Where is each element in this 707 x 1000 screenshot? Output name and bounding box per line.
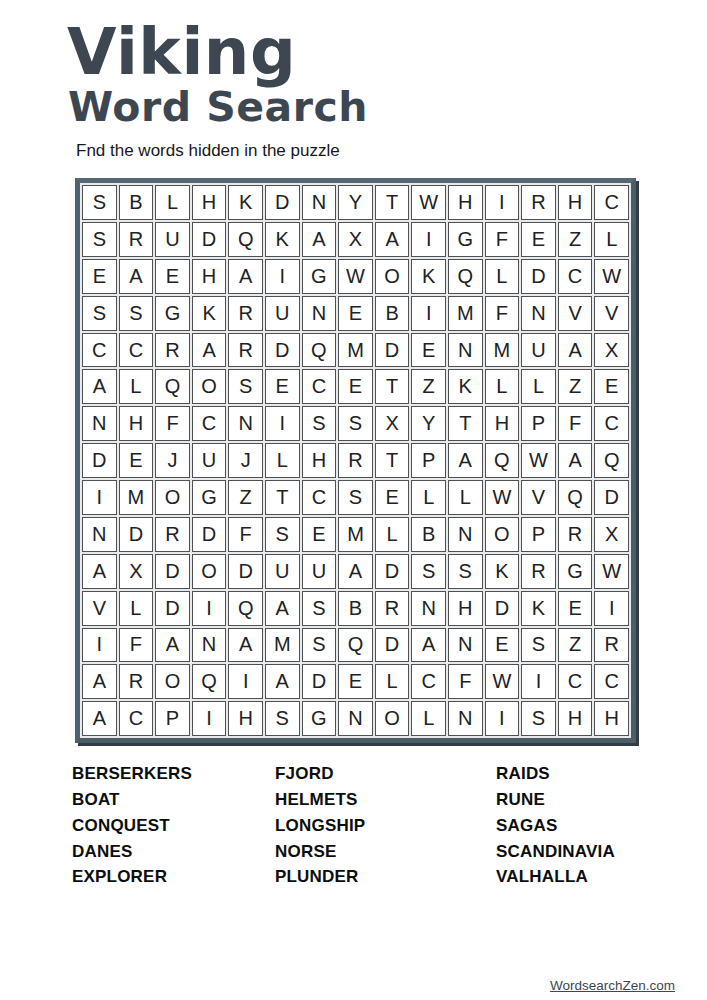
grid-cell-r9c13: V <box>521 480 556 515</box>
grid-cell-r13c1: I <box>82 628 117 663</box>
grid-cell-r4c5: R <box>228 296 263 331</box>
grid-cell-r4c12: F <box>485 296 520 331</box>
grid-cell-r8c6: L <box>265 443 300 478</box>
grid-cell-r13c12: E <box>485 628 520 663</box>
grid-cell-r15c9: O <box>375 701 410 736</box>
grid-cell-r3c14: C <box>558 259 593 294</box>
page-subtitle: Word Search <box>68 87 707 128</box>
grid-cell-r11c5: D <box>228 554 263 589</box>
grid-cell-r10c15: X <box>594 517 629 552</box>
grid-cell-r2c11: G <box>448 222 483 257</box>
word-item: SAGAS <box>496 813 615 839</box>
grid-cell-r12c8: B <box>338 591 373 626</box>
grid-cell-r7c13: P <box>521 406 556 441</box>
grid-cell-r10c7: E <box>302 517 337 552</box>
grid-cell-r10c11: N <box>448 517 483 552</box>
page-title: Viking <box>67 18 707 87</box>
grid-cell-r6c3: Q <box>155 369 190 404</box>
grid-cell-r13c10: A <box>411 628 446 663</box>
grid-cell-r5c11: N <box>448 333 483 368</box>
grid-cell-r3c7: G <box>302 259 337 294</box>
grid-cell-r1c12: I <box>485 185 520 220</box>
grid-cell-r14c5: I <box>228 664 263 699</box>
grid-cell-r5c13: U <box>521 333 556 368</box>
grid-cell-r10c12: O <box>485 517 520 552</box>
grid-cell-r14c14: C <box>558 664 593 699</box>
grid-cell-r8c11: A <box>448 443 483 478</box>
grid-cell-r15c5: H <box>228 701 263 736</box>
grid-cell-r9c2: M <box>119 480 154 515</box>
grid-cell-r1c3: L <box>155 185 190 220</box>
grid-cell-r14c6: A <box>265 664 300 699</box>
word-item: SCANDINAVIA <box>496 839 615 865</box>
grid-cell-r2c3: U <box>155 222 190 257</box>
grid-cell-r8c12: Q <box>485 443 520 478</box>
grid-cell-r6c2: L <box>119 369 154 404</box>
word-list-column: FJORDHELMETSLONGSHIPNORSEPLUNDER <box>275 761 496 890</box>
grid-cell-r13c9: D <box>375 628 410 663</box>
word-list-column: RAIDSRUNESAGASSCANDINAVIAVALHALLA <box>496 761 615 890</box>
grid-cell-r4c10: I <box>411 296 446 331</box>
word-item: PLUNDER <box>275 864 496 890</box>
grid-cell-r8c3: J <box>155 443 190 478</box>
grid-cell-r6c11: K <box>448 369 483 404</box>
grid-cell-r8c10: P <box>411 443 446 478</box>
grid-cell-r6c13: L <box>521 369 556 404</box>
grid-cell-r10c5: F <box>228 517 263 552</box>
grid-cell-r2c7: A <box>302 222 337 257</box>
grid-cell-r12c2: L <box>119 591 154 626</box>
grid-cell-r11c2: X <box>119 554 154 589</box>
grid-cell-r10c3: R <box>155 517 190 552</box>
grid-cell-r3c8: W <box>338 259 373 294</box>
grid-cell-r15c14: H <box>558 701 593 736</box>
grid-cell-r7c6: I <box>265 406 300 441</box>
grid-cell-r5c15: X <box>594 333 629 368</box>
word-item: EXPLORER <box>72 864 275 890</box>
word-item: DANES <box>72 839 275 865</box>
grid-cell-r11c4: O <box>192 554 227 589</box>
grid-cell-r2c8: X <box>338 222 373 257</box>
grid-cell-r7c12: H <box>485 406 520 441</box>
grid-cell-r12c3: D <box>155 591 190 626</box>
grid-cell-r9c1: I <box>82 480 117 515</box>
grid-cell-r5c3: R <box>155 333 190 368</box>
grid-cell-r9c6: T <box>265 480 300 515</box>
grid-cell-r14c1: A <box>82 664 117 699</box>
grid-cell-r2c4: D <box>192 222 227 257</box>
grid-cell-r3c15: W <box>594 259 629 294</box>
footer-site-link[interactable]: WordsearchZen.com <box>550 978 675 993</box>
grid-cell-r5c8: M <box>338 333 373 368</box>
grid-cell-r14c4: Q <box>192 664 227 699</box>
grid-cell-r1c2: B <box>119 185 154 220</box>
grid-cell-r1c1: S <box>82 185 117 220</box>
grid-cell-r3c12: L <box>485 259 520 294</box>
grid-cell-r1c5: K <box>228 185 263 220</box>
grid-cell-r12c11: H <box>448 591 483 626</box>
grid-cell-r9c14: Q <box>558 480 593 515</box>
grid-cell-r3c3: E <box>155 259 190 294</box>
grid-cell-r10c4: D <box>192 517 227 552</box>
word-item: VALHALLA <box>496 864 615 890</box>
grid-cell-r14c11: F <box>448 664 483 699</box>
grid-cell-r14c15: C <box>594 664 629 699</box>
grid-cell-r6c9: T <box>375 369 410 404</box>
grid-cell-r6c10: Z <box>411 369 446 404</box>
grid-cell-r2c13: E <box>521 222 556 257</box>
grid-cell-r5c14: A <box>558 333 593 368</box>
grid-cell-r4c7: N <box>302 296 337 331</box>
grid-cell-r9c5: Z <box>228 480 263 515</box>
grid-cell-r4c8: E <box>338 296 373 331</box>
grid-cell-r8c4: U <box>192 443 227 478</box>
grid-cell-r11c1: A <box>82 554 117 589</box>
grid-cell-r11c11: S <box>448 554 483 589</box>
grid-cell-r11c6: U <box>265 554 300 589</box>
grid-cell-r5c2: C <box>119 333 154 368</box>
grid-cell-r7c9: X <box>375 406 410 441</box>
grid-cell-r1c15: C <box>594 185 629 220</box>
grid-cell-r8c9: T <box>375 443 410 478</box>
grid-cell-r15c2: C <box>119 701 154 736</box>
word-item: RAIDS <box>496 761 615 787</box>
grid-cell-r2c6: K <box>265 222 300 257</box>
grid-cell-r12c7: S <box>302 591 337 626</box>
grid-cell-r7c11: T <box>448 406 483 441</box>
grid-cell-r2c5: Q <box>228 222 263 257</box>
grid-cell-r15c3: P <box>155 701 190 736</box>
grid-cell-r5c10: E <box>411 333 446 368</box>
grid-cell-r12c13: K <box>521 591 556 626</box>
word-search-board: SBLHKDNYTWHIRHCSRUDQKAXAIGFEZLEAEHAIGWOK… <box>75 178 636 743</box>
grid-cell-r11c8: A <box>338 554 373 589</box>
grid-cell-r6c7: C <box>302 369 337 404</box>
grid-cell-r12c10: N <box>411 591 446 626</box>
grid-cell-r9c4: G <box>192 480 227 515</box>
grid-cell-r13c4: N <box>192 628 227 663</box>
grid-cell-r1c13: R <box>521 185 556 220</box>
grid-cell-r15c7: G <box>302 701 337 736</box>
grid-cell-r13c11: N <box>448 628 483 663</box>
grid-cell-r4c13: N <box>521 296 556 331</box>
grid-cell-r9c10: L <box>411 480 446 515</box>
grid-cell-r5c7: Q <box>302 333 337 368</box>
word-item: FJORD <box>275 761 496 787</box>
grid-cell-r8c13: W <box>521 443 556 478</box>
grid-cell-r15c11: N <box>448 701 483 736</box>
grid-cell-r8c14: A <box>558 443 593 478</box>
header: Viking Word Search Fnd the words hidden … <box>0 18 707 161</box>
grid-cell-r8c1: D <box>82 443 117 478</box>
grid-cell-r11c14: G <box>558 554 593 589</box>
grid-cell-r6c14: Z <box>558 369 593 404</box>
grid-cell-r4c6: U <box>265 296 300 331</box>
grid-cell-r8c8: R <box>338 443 373 478</box>
grid-cell-r15c6: S <box>265 701 300 736</box>
word-item: BERSERKERS <box>72 761 275 787</box>
grid-cell-r14c8: E <box>338 664 373 699</box>
grid-cell-r7c7: S <box>302 406 337 441</box>
grid-cell-r4c15: V <box>594 296 629 331</box>
grid-cell-r2c15: L <box>594 222 629 257</box>
grid-cell-r4c14: V <box>558 296 593 331</box>
grid-cell-r10c10: B <box>411 517 446 552</box>
grid-cell-r11c15: W <box>594 554 629 589</box>
grid-cell-r10c9: L <box>375 517 410 552</box>
grid-cell-r14c12: W <box>485 664 520 699</box>
grid-cell-r6c4: O <box>192 369 227 404</box>
grid-cell-r7c10: Y <box>411 406 446 441</box>
grid-cell-r9c8: S <box>338 480 373 515</box>
grid-cell-r2c9: A <box>375 222 410 257</box>
grid-cell-r3c1: E <box>82 259 117 294</box>
word-list: BERSERKERSBOATCONQUESTDANESEXPLORER FJOR… <box>72 761 707 890</box>
grid-cell-r5c4: A <box>192 333 227 368</box>
grid-cell-r9c15: D <box>594 480 629 515</box>
grid-cell-r15c10: L <box>411 701 446 736</box>
grid-cell-r15c15: H <box>594 701 629 736</box>
grid-cell-r14c7: D <box>302 664 337 699</box>
grid-cell-r13c15: R <box>594 628 629 663</box>
word-item: HELMETS <box>275 787 496 813</box>
grid-cell-r9c9: E <box>375 480 410 515</box>
word-item: NORSE <box>275 839 496 865</box>
grid-cell-r1c8: Y <box>338 185 373 220</box>
grid-cell-r6c6: E <box>265 369 300 404</box>
grid-cell-r12c14: E <box>558 591 593 626</box>
grid-cell-r4c2: S <box>119 296 154 331</box>
grid-cell-r2c14: Z <box>558 222 593 257</box>
grid-cell-r5c1: C <box>82 333 117 368</box>
grid-cell-r12c15: I <box>594 591 629 626</box>
grid-cell-r11c7: U <box>302 554 337 589</box>
grid-cell-r15c4: I <box>192 701 227 736</box>
grid-cell-r1c9: T <box>375 185 410 220</box>
grid-cell-r14c9: L <box>375 664 410 699</box>
grid-cell-r15c8: N <box>338 701 373 736</box>
grid-cell-r14c2: R <box>119 664 154 699</box>
grid-cell-r1c4: H <box>192 185 227 220</box>
grid-cell-r6c12: L <box>485 369 520 404</box>
grid-cell-r13c6: M <box>265 628 300 663</box>
grid-cell-r3c9: O <box>375 259 410 294</box>
grid-cell-r15c12: I <box>485 701 520 736</box>
grid-cell-r10c1: N <box>82 517 117 552</box>
grid-cell-r12c6: A <box>265 591 300 626</box>
grid-cell-r1c10: W <box>411 185 446 220</box>
grid-cell-r7c4: C <box>192 406 227 441</box>
grid-cell-r4c4: K <box>192 296 227 331</box>
grid-cell-r7c3: F <box>155 406 190 441</box>
grid-cell-r15c1: A <box>82 701 117 736</box>
grid-cell-r4c1: S <box>82 296 117 331</box>
word-list-column: BERSERKERSBOATCONQUESTDANESEXPLORER <box>72 761 275 890</box>
grid-cell-r2c1: S <box>82 222 117 257</box>
word-item: BOAT <box>72 787 275 813</box>
grid-cell-r11c10: S <box>411 554 446 589</box>
grid-cell-r13c3: A <box>155 628 190 663</box>
grid-cell-r6c15: E <box>594 369 629 404</box>
grid-cell-r3c2: A <box>119 259 154 294</box>
grid-cell-r10c2: D <box>119 517 154 552</box>
grid-cell-r11c12: K <box>485 554 520 589</box>
grid-cell-r7c2: H <box>119 406 154 441</box>
grid-cell-r9c11: L <box>448 480 483 515</box>
grid-cell-r1c11: H <box>448 185 483 220</box>
grid-cell-r3c13: D <box>521 259 556 294</box>
grid-cell-r3c5: A <box>228 259 263 294</box>
grid-cell-r11c9: D <box>375 554 410 589</box>
grid-cell-r13c7: S <box>302 628 337 663</box>
instruction-text: Fnd the words hidden in the puzzle <box>76 141 707 161</box>
grid-cell-r15c13: S <box>521 701 556 736</box>
grid-cell-r5c12: M <box>485 333 520 368</box>
grid-cell-r12c5: Q <box>228 591 263 626</box>
grid-cell-r4c3: G <box>155 296 190 331</box>
grid-cell-r12c1: V <box>82 591 117 626</box>
grid-cell-r10c13: P <box>521 517 556 552</box>
grid-cell-r1c14: H <box>558 185 593 220</box>
grid-cell-r13c2: F <box>119 628 154 663</box>
grid-cell-r10c14: R <box>558 517 593 552</box>
grid-cell-r10c8: M <box>338 517 373 552</box>
grid-cell-r6c8: E <box>338 369 373 404</box>
grid-cell-r12c12: D <box>485 591 520 626</box>
grid-cell-r7c8: S <box>338 406 373 441</box>
grid-cell-r1c7: N <box>302 185 337 220</box>
grid-cell-r12c4: I <box>192 591 227 626</box>
grid-cell-r5c6: D <box>265 333 300 368</box>
grid-cell-r2c12: F <box>485 222 520 257</box>
grid-cell-r7c15: C <box>594 406 629 441</box>
grid-cell-r3c10: K <box>411 259 446 294</box>
grid-cell-r6c5: S <box>228 369 263 404</box>
grid-cell-r8c15: Q <box>594 443 629 478</box>
grid-cell-r11c3: D <box>155 554 190 589</box>
grid-cell-r3c11: Q <box>448 259 483 294</box>
grid-cell-r9c3: O <box>155 480 190 515</box>
grid-cell-r11c13: R <box>521 554 556 589</box>
page: Viking Word Search Fnd the words hidden … <box>0 18 707 1000</box>
letter-grid: SBLHKDNYTWHIRHCSRUDQKAXAIGFEZLEAEHAIGWOK… <box>82 185 629 736</box>
grid-cell-r3c6: I <box>265 259 300 294</box>
grid-cell-r5c9: D <box>375 333 410 368</box>
grid-cell-r12c9: R <box>375 591 410 626</box>
grid-cell-r13c5: A <box>228 628 263 663</box>
grid-cell-r8c2: E <box>119 443 154 478</box>
grid-cell-r4c11: M <box>448 296 483 331</box>
grid-cell-r5c5: R <box>228 333 263 368</box>
grid-cell-r6c1: A <box>82 369 117 404</box>
grid-cell-r7c14: F <box>558 406 593 441</box>
word-item: LONGSHIP <box>275 813 496 839</box>
grid-cell-r9c12: W <box>485 480 520 515</box>
grid-cell-r7c1: N <box>82 406 117 441</box>
grid-cell-r3c4: H <box>192 259 227 294</box>
grid-cell-r14c3: O <box>155 664 190 699</box>
word-item: CONQUEST <box>72 813 275 839</box>
grid-cell-r4c9: B <box>375 296 410 331</box>
grid-cell-r8c7: H <box>302 443 337 478</box>
grid-cell-r13c13: S <box>521 628 556 663</box>
grid-cell-r13c8: Q <box>338 628 373 663</box>
grid-cell-r14c13: I <box>521 664 556 699</box>
grid-cell-r7c5: N <box>228 406 263 441</box>
grid-cell-r9c7: C <box>302 480 337 515</box>
grid-cell-r8c5: J <box>228 443 263 478</box>
grid-cell-r2c2: R <box>119 222 154 257</box>
grid-cell-r2c10: I <box>411 222 446 257</box>
word-item: RUNE <box>496 787 615 813</box>
grid-cell-r1c6: D <box>265 185 300 220</box>
grid-cell-r14c10: C <box>411 664 446 699</box>
grid-cell-r10c6: S <box>265 517 300 552</box>
grid-cell-r13c14: Z <box>558 628 593 663</box>
